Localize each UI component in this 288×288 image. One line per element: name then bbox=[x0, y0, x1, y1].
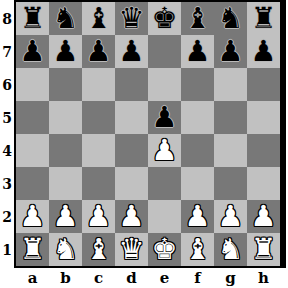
square-c3[interactable] bbox=[82, 167, 115, 200]
square-g2[interactable]: ♟ bbox=[214, 200, 247, 233]
piece-black-pawn[interactable]: ♟ bbox=[86, 35, 112, 68]
square-e8[interactable]: ♚ bbox=[148, 2, 181, 35]
piece-black-bishop[interactable]: ♝ bbox=[86, 2, 112, 35]
square-e1[interactable]: ♚ bbox=[148, 233, 181, 266]
file-label-b: b bbox=[49, 269, 82, 287]
piece-black-rook[interactable]: ♜ bbox=[20, 2, 46, 35]
square-g1[interactable]: ♞ bbox=[214, 233, 247, 266]
square-g3[interactable] bbox=[214, 167, 247, 200]
piece-black-rook[interactable]: ♜ bbox=[251, 2, 277, 35]
rank-label-8: 8 bbox=[0, 2, 14, 35]
piece-black-pawn[interactable]: ♟ bbox=[53, 35, 79, 68]
piece-black-king[interactable]: ♚ bbox=[152, 2, 178, 35]
chess-app: 87654321 ♜♞♝♛♚♝♞♜♟♟♟♟♟♟♟♟♟♟♟♟♟♟♟♟♜♞♝♛♚♝♞… bbox=[0, 0, 288, 288]
file-label-c: c bbox=[82, 269, 115, 287]
square-h2[interactable]: ♟ bbox=[247, 200, 280, 233]
square-c8[interactable]: ♝ bbox=[82, 2, 115, 35]
piece-white-queen[interactable]: ♛ bbox=[119, 233, 145, 266]
square-a4[interactable] bbox=[16, 134, 49, 167]
piece-white-pawn[interactable]: ♟ bbox=[218, 200, 244, 233]
square-a3[interactable] bbox=[16, 167, 49, 200]
square-g7[interactable]: ♟ bbox=[214, 35, 247, 68]
piece-white-pawn[interactable]: ♟ bbox=[53, 200, 79, 233]
square-a1[interactable]: ♜ bbox=[16, 233, 49, 266]
rank-label-7: 7 bbox=[0, 35, 14, 68]
piece-black-pawn[interactable]: ♟ bbox=[152, 101, 178, 134]
piece-black-pawn[interactable]: ♟ bbox=[185, 35, 211, 68]
square-c5[interactable] bbox=[82, 101, 115, 134]
square-c4[interactable] bbox=[82, 134, 115, 167]
square-g6[interactable] bbox=[214, 68, 247, 101]
piece-white-pawn[interactable]: ♟ bbox=[185, 200, 211, 233]
square-e3[interactable] bbox=[148, 167, 181, 200]
chess-board: ♜♞♝♛♚♝♞♜♟♟♟♟♟♟♟♟♟♟♟♟♟♟♟♟♜♞♝♛♚♝♞♜ bbox=[14, 0, 286, 268]
square-d3[interactable] bbox=[115, 167, 148, 200]
piece-white-king[interactable]: ♚ bbox=[152, 233, 178, 266]
file-labels: abcdefgh bbox=[16, 269, 280, 287]
square-h8[interactable]: ♜ bbox=[247, 2, 280, 35]
square-f2[interactable]: ♟ bbox=[181, 200, 214, 233]
piece-black-pawn[interactable]: ♟ bbox=[251, 35, 277, 68]
piece-black-queen[interactable]: ♛ bbox=[119, 2, 145, 35]
square-d6[interactable] bbox=[115, 68, 148, 101]
piece-white-pawn[interactable]: ♟ bbox=[251, 200, 277, 233]
rank-label-2: 2 bbox=[0, 200, 14, 233]
rank-labels: 87654321 bbox=[0, 2, 14, 266]
square-h5[interactable] bbox=[247, 101, 280, 134]
piece-white-pawn[interactable]: ♟ bbox=[20, 200, 46, 233]
square-a2[interactable]: ♟ bbox=[16, 200, 49, 233]
file-label-g: g bbox=[214, 269, 247, 287]
square-c6[interactable] bbox=[82, 68, 115, 101]
square-f8[interactable]: ♝ bbox=[181, 2, 214, 35]
rank-label-6: 6 bbox=[0, 68, 14, 101]
square-h7[interactable]: ♟ bbox=[247, 35, 280, 68]
piece-white-rook[interactable]: ♜ bbox=[251, 233, 277, 266]
square-d2[interactable]: ♟ bbox=[115, 200, 148, 233]
square-b3[interactable] bbox=[49, 167, 82, 200]
square-d1[interactable]: ♛ bbox=[115, 233, 148, 266]
rank-label-5: 5 bbox=[0, 101, 14, 134]
rank-label-3: 3 bbox=[0, 167, 14, 200]
square-e5[interactable]: ♟ bbox=[148, 101, 181, 134]
square-f6[interactable] bbox=[181, 68, 214, 101]
piece-black-knight[interactable]: ♞ bbox=[53, 2, 79, 35]
piece-black-pawn[interactable]: ♟ bbox=[20, 35, 46, 68]
piece-white-bishop[interactable]: ♝ bbox=[86, 233, 112, 266]
square-b6[interactable] bbox=[49, 68, 82, 101]
square-b2[interactable]: ♟ bbox=[49, 200, 82, 233]
square-d5[interactable] bbox=[115, 101, 148, 134]
square-b4[interactable] bbox=[49, 134, 82, 167]
square-b5[interactable] bbox=[49, 101, 82, 134]
square-b8[interactable]: ♞ bbox=[49, 2, 82, 35]
file-label-e: e bbox=[148, 269, 181, 287]
piece-white-pawn[interactable]: ♟ bbox=[119, 200, 145, 233]
square-c2[interactable]: ♟ bbox=[82, 200, 115, 233]
square-g5[interactable] bbox=[214, 101, 247, 134]
square-h3[interactable] bbox=[247, 167, 280, 200]
square-c7[interactable]: ♟ bbox=[82, 35, 115, 68]
square-d8[interactable]: ♛ bbox=[115, 2, 148, 35]
square-g4[interactable] bbox=[214, 134, 247, 167]
square-a6[interactable] bbox=[16, 68, 49, 101]
square-b7[interactable]: ♟ bbox=[49, 35, 82, 68]
square-f1[interactable]: ♝ bbox=[181, 233, 214, 266]
piece-white-knight[interactable]: ♞ bbox=[218, 233, 244, 266]
square-d7[interactable]: ♟ bbox=[115, 35, 148, 68]
file-label-d: d bbox=[115, 269, 148, 287]
square-a7[interactable]: ♟ bbox=[16, 35, 49, 68]
piece-white-knight[interactable]: ♞ bbox=[53, 233, 79, 266]
square-b1[interactable]: ♞ bbox=[49, 233, 82, 266]
square-e7[interactable] bbox=[148, 35, 181, 68]
square-d4[interactable] bbox=[115, 134, 148, 167]
piece-black-knight[interactable]: ♞ bbox=[218, 2, 244, 35]
piece-white-pawn[interactable]: ♟ bbox=[152, 134, 178, 167]
square-f3[interactable] bbox=[181, 167, 214, 200]
piece-white-bishop[interactable]: ♝ bbox=[185, 233, 211, 266]
square-h1[interactable]: ♜ bbox=[247, 233, 280, 266]
file-label-a: a bbox=[16, 269, 49, 287]
square-a5[interactable] bbox=[16, 101, 49, 134]
square-f7[interactable]: ♟ bbox=[181, 35, 214, 68]
rank-label-4: 4 bbox=[0, 134, 14, 167]
square-g8[interactable]: ♞ bbox=[214, 2, 247, 35]
piece-white-rook[interactable]: ♜ bbox=[20, 233, 46, 266]
square-c1[interactable]: ♝ bbox=[82, 233, 115, 266]
square-f4[interactable] bbox=[181, 134, 214, 167]
square-f5[interactable] bbox=[181, 101, 214, 134]
square-h6[interactable] bbox=[247, 68, 280, 101]
square-a8[interactable]: ♜ bbox=[16, 2, 49, 35]
piece-black-bishop[interactable]: ♝ bbox=[185, 2, 211, 35]
square-h4[interactable] bbox=[247, 134, 280, 167]
file-label-f: f bbox=[181, 269, 214, 287]
file-label-h: h bbox=[247, 269, 280, 287]
square-e4[interactable]: ♟ bbox=[148, 134, 181, 167]
piece-black-pawn[interactable]: ♟ bbox=[119, 35, 145, 68]
piece-white-pawn[interactable]: ♟ bbox=[86, 200, 112, 233]
square-e6[interactable] bbox=[148, 68, 181, 101]
rank-label-1: 1 bbox=[0, 233, 14, 266]
square-e2[interactable] bbox=[148, 200, 181, 233]
piece-black-pawn[interactable]: ♟ bbox=[218, 35, 244, 68]
